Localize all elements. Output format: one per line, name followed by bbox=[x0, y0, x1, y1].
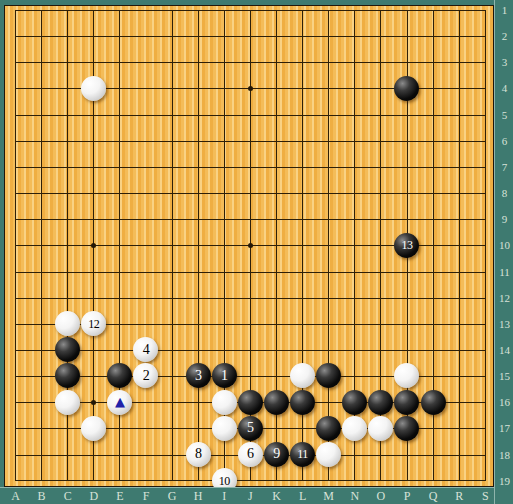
move-number-label: 5 bbox=[247, 421, 254, 435]
white-stone bbox=[394, 363, 419, 388]
black-stone bbox=[368, 390, 393, 415]
row-label: 15 bbox=[496, 369, 513, 383]
white-stone bbox=[55, 311, 80, 336]
black-stone bbox=[55, 363, 80, 388]
triangle-mark-icon: ▲ bbox=[115, 395, 125, 408]
column-label: N bbox=[346, 490, 364, 503]
row-label: 13 bbox=[496, 317, 513, 331]
black-stone: 9 bbox=[264, 442, 289, 467]
black-stone bbox=[421, 390, 446, 415]
row-label: 2 bbox=[496, 29, 513, 43]
column-label: O bbox=[372, 490, 390, 503]
move-number-label: 1 bbox=[221, 369, 228, 383]
black-stone bbox=[394, 416, 419, 441]
column-label: K bbox=[268, 490, 286, 503]
white-stone bbox=[212, 390, 237, 415]
white-stone: 12 bbox=[81, 311, 106, 336]
white-stone: 6 bbox=[238, 442, 263, 467]
white-stone: 2 bbox=[133, 363, 158, 388]
white-stone bbox=[368, 416, 393, 441]
black-stone: 1 bbox=[212, 363, 237, 388]
column-label: A bbox=[7, 490, 25, 503]
row-label: 6 bbox=[496, 134, 513, 148]
move-number-label: 10 bbox=[219, 475, 230, 487]
column-label: B bbox=[33, 490, 51, 503]
move-number-label: 4 bbox=[143, 343, 150, 357]
white-stone: 4 bbox=[133, 337, 158, 362]
row-label: 18 bbox=[496, 448, 513, 462]
black-stone bbox=[342, 390, 367, 415]
move-number-label: 2 bbox=[143, 369, 150, 383]
white-stone: 8 bbox=[186, 442, 211, 467]
black-stone bbox=[394, 76, 419, 101]
white-stone bbox=[316, 442, 341, 467]
row-label: 9 bbox=[496, 212, 513, 226]
black-stone: 13 bbox=[394, 233, 419, 258]
white-stone bbox=[81, 76, 106, 101]
move-number-label: 12 bbox=[88, 318, 99, 330]
column-label: R bbox=[450, 490, 468, 503]
white-stone bbox=[290, 363, 315, 388]
column-label: D bbox=[85, 490, 103, 503]
row-label: 19 bbox=[496, 474, 513, 488]
move-number-label: 6 bbox=[247, 447, 254, 461]
row-label: 10 bbox=[496, 238, 513, 252]
move-number-label: 8 bbox=[195, 447, 202, 461]
column-label: E bbox=[111, 490, 129, 503]
white-stone bbox=[55, 390, 80, 415]
move-number-label: 11 bbox=[297, 448, 308, 460]
black-stone bbox=[264, 390, 289, 415]
row-label: 3 bbox=[496, 55, 513, 69]
row-coordinate-bar: 12345678910111213141516171819 bbox=[494, 0, 513, 504]
black-stone bbox=[238, 390, 263, 415]
go-board[interactable]: 13124231▲58691110 bbox=[4, 5, 494, 487]
go-board-diagram: 13124231▲58691110 ABCDEFGHIJKLMNOPQRS 12… bbox=[0, 0, 513, 504]
column-label: F bbox=[137, 490, 155, 503]
black-stone: 3 bbox=[186, 363, 211, 388]
column-label: C bbox=[59, 490, 77, 503]
move-number-label: 3 bbox=[195, 369, 202, 383]
row-label: 7 bbox=[496, 160, 513, 174]
black-stone bbox=[55, 337, 80, 362]
row-label: 4 bbox=[496, 81, 513, 95]
row-label: 14 bbox=[496, 343, 513, 357]
move-number-label: 9 bbox=[273, 447, 280, 461]
column-label: P bbox=[398, 490, 416, 503]
column-label: L bbox=[294, 490, 312, 503]
white-stone bbox=[342, 416, 367, 441]
row-label: 1 bbox=[496, 3, 513, 17]
column-label: S bbox=[476, 490, 494, 503]
column-label: Q bbox=[424, 490, 442, 503]
column-label: I bbox=[215, 490, 233, 503]
move-number-label: 13 bbox=[401, 239, 412, 251]
black-stone bbox=[394, 390, 419, 415]
column-label: J bbox=[241, 490, 259, 503]
row-label: 17 bbox=[496, 421, 513, 435]
row-label: 11 bbox=[496, 265, 513, 279]
black-stone: 5 bbox=[238, 416, 263, 441]
column-label: H bbox=[189, 490, 207, 503]
white-stone bbox=[212, 416, 237, 441]
column-label: M bbox=[320, 490, 338, 503]
black-stone bbox=[316, 416, 341, 441]
column-coordinate-bar: ABCDEFGHIJKLMNOPQRS bbox=[0, 487, 513, 504]
row-label: 16 bbox=[496, 395, 513, 409]
row-label: 8 bbox=[496, 186, 513, 200]
black-stone bbox=[107, 363, 132, 388]
white-stone: ▲ bbox=[107, 390, 132, 415]
black-stone bbox=[316, 363, 341, 388]
black-stone: 11 bbox=[290, 442, 315, 467]
black-stone bbox=[290, 390, 315, 415]
column-label: G bbox=[163, 490, 181, 503]
row-label: 12 bbox=[496, 291, 513, 305]
row-label: 5 bbox=[496, 108, 513, 122]
white-stone bbox=[81, 416, 106, 441]
